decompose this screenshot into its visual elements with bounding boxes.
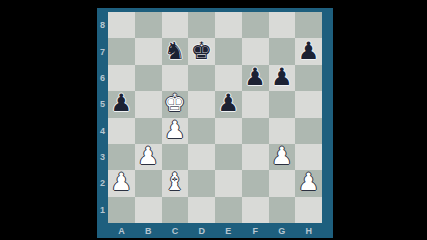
video-letterbox-background: 87654321 ♞♚♟♟♟♟♚♟♟♟♟♟♝♟ ABCDEFGH — [0, 0, 427, 240]
rank-label-8: 8 — [97, 12, 108, 38]
square-g4 — [269, 118, 296, 144]
square-b3: ♟ — [135, 144, 162, 170]
square-f7 — [242, 38, 269, 64]
square-e1 — [215, 197, 242, 223]
rank-label-3: 3 — [97, 144, 108, 170]
square-h7: ♟ — [295, 38, 322, 64]
chess-board: ♞♚♟♟♟♟♚♟♟♟♟♟♝♟ — [108, 12, 322, 223]
square-a5: ♟ — [108, 91, 135, 117]
piece-black-pawn-e5: ♟ — [218, 91, 240, 115]
file-label-f: F — [242, 224, 269, 238]
square-e5: ♟ — [215, 91, 242, 117]
file-label-a: A — [108, 224, 135, 238]
rank-label-6: 6 — [97, 65, 108, 91]
square-a8 — [108, 12, 135, 38]
square-g7 — [269, 38, 296, 64]
square-a6 — [108, 65, 135, 91]
piece-black-pawn-f6: ♟ — [244, 65, 266, 89]
rank-label-4: 4 — [97, 118, 108, 144]
square-g3: ♟ — [269, 144, 296, 170]
piece-black-knight-c7: ♞ — [164, 39, 186, 63]
square-h5 — [295, 91, 322, 117]
square-f5 — [242, 91, 269, 117]
square-e8 — [215, 12, 242, 38]
square-c2: ♝ — [162, 170, 189, 196]
square-b1 — [135, 197, 162, 223]
file-label-g: G — [269, 224, 296, 238]
piece-white-pawn-c4: ♟ — [164, 118, 186, 142]
square-b8 — [135, 12, 162, 38]
file-label-d: D — [188, 224, 215, 238]
piece-white-king-c5: ♚ — [164, 91, 186, 115]
square-c7: ♞ — [162, 38, 189, 64]
piece-black-king-d7: ♚ — [191, 39, 213, 63]
square-e4 — [215, 118, 242, 144]
square-g1 — [269, 197, 296, 223]
square-g8 — [269, 12, 296, 38]
square-e6 — [215, 65, 242, 91]
file-labels: ABCDEFGH — [108, 224, 322, 238]
square-f6: ♟ — [242, 65, 269, 91]
square-h3 — [295, 144, 322, 170]
file-label-c: C — [162, 224, 189, 238]
square-e2 — [215, 170, 242, 196]
square-c3 — [162, 144, 189, 170]
square-g6: ♟ — [269, 65, 296, 91]
piece-white-pawn-a2: ♟ — [111, 170, 133, 194]
square-c4: ♟ — [162, 118, 189, 144]
square-b7 — [135, 38, 162, 64]
square-a1 — [108, 197, 135, 223]
square-h4 — [295, 118, 322, 144]
square-b4 — [135, 118, 162, 144]
square-d1 — [188, 197, 215, 223]
square-h1 — [295, 197, 322, 223]
piece-white-pawn-g3: ♟ — [271, 144, 293, 168]
square-d2 — [188, 170, 215, 196]
rank-labels: 87654321 — [97, 12, 108, 223]
rank-label-1: 1 — [97, 197, 108, 223]
piece-white-pawn-b3: ♟ — [137, 144, 159, 168]
piece-black-pawn-a5: ♟ — [111, 91, 133, 115]
chess-board-frame: 87654321 ♞♚♟♟♟♟♚♟♟♟♟♟♝♟ ABCDEFGH — [97, 8, 333, 238]
square-a3 — [108, 144, 135, 170]
rank-label-5: 5 — [97, 91, 108, 117]
square-g2 — [269, 170, 296, 196]
square-e3 — [215, 144, 242, 170]
square-f4 — [242, 118, 269, 144]
square-h2: ♟ — [295, 170, 322, 196]
square-f2 — [242, 170, 269, 196]
piece-white-bishop-c2: ♝ — [164, 170, 186, 194]
square-g5 — [269, 91, 296, 117]
square-c8 — [162, 12, 189, 38]
square-a7 — [108, 38, 135, 64]
square-c6 — [162, 65, 189, 91]
square-h6 — [295, 65, 322, 91]
square-c5: ♚ — [162, 91, 189, 117]
square-a4 — [108, 118, 135, 144]
file-label-e: E — [215, 224, 242, 238]
square-f1 — [242, 197, 269, 223]
square-d5 — [188, 91, 215, 117]
square-d8 — [188, 12, 215, 38]
square-b6 — [135, 65, 162, 91]
file-label-b: B — [135, 224, 162, 238]
square-b2 — [135, 170, 162, 196]
piece-white-pawn-h2: ♟ — [298, 170, 320, 194]
rank-label-2: 2 — [97, 170, 108, 196]
rank-label-7: 7 — [97, 38, 108, 64]
square-a2: ♟ — [108, 170, 135, 196]
square-d4 — [188, 118, 215, 144]
square-d6 — [188, 65, 215, 91]
square-b5 — [135, 91, 162, 117]
square-f3 — [242, 144, 269, 170]
square-d3 — [188, 144, 215, 170]
square-d7: ♚ — [188, 38, 215, 64]
square-f8 — [242, 12, 269, 38]
square-h8 — [295, 12, 322, 38]
square-e7 — [215, 38, 242, 64]
piece-black-pawn-g6: ♟ — [271, 65, 293, 89]
piece-black-pawn-h7: ♟ — [298, 39, 320, 63]
square-c1 — [162, 197, 189, 223]
file-label-h: H — [295, 224, 322, 238]
